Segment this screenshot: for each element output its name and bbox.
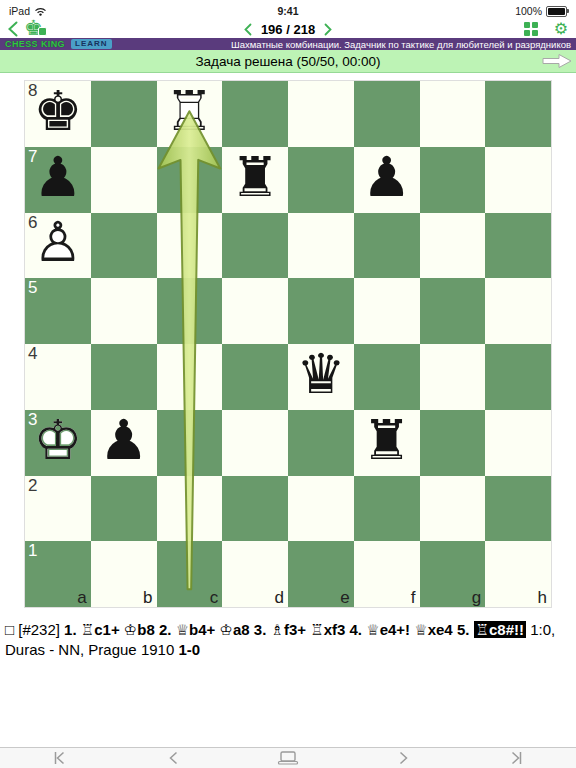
square-h5[interactable] — [485, 278, 551, 344]
square-g4[interactable] — [420, 344, 486, 410]
square-a8[interactable]: 8♚ — [25, 81, 91, 147]
square-d3[interactable] — [222, 410, 288, 476]
battery-icon — [546, 6, 567, 17]
square-c6[interactable] — [157, 213, 223, 279]
piece-black-queen: ♛ — [288, 344, 354, 410]
square-a4[interactable]: 4 — [25, 344, 91, 410]
square-a6[interactable]: 6♟♙ — [25, 213, 91, 279]
next-task-arrow-icon[interactable] — [541, 53, 573, 69]
square-h3[interactable] — [485, 410, 551, 476]
current-move[interactable]: ♖c8#!! — [474, 621, 526, 638]
square-e8[interactable] — [288, 81, 354, 147]
brand-bar: CHESS KING LEARN Шахматные комбинации. З… — [0, 38, 576, 50]
piece-black-pawn: ♟ — [354, 147, 420, 213]
file-label-d: d — [275, 588, 284, 607]
square-f7[interactable]: ♟ — [354, 147, 420, 213]
square-a7[interactable]: 7♟ — [25, 147, 91, 213]
square-g6[interactable] — [420, 213, 486, 279]
task-solved-text: Задача решена (50/50, 00:00) — [195, 54, 380, 69]
piece-black-rook: ♜ — [354, 410, 420, 476]
piece-black-king: ♚ — [25, 81, 91, 147]
square-b3[interactable]: ♟ — [91, 410, 157, 476]
go-next-button[interactable] — [392, 749, 414, 767]
square-e2[interactable] — [288, 476, 354, 542]
square-e1[interactable]: e — [288, 541, 354, 607]
settings-gear-button[interactable]: ⚙ — [554, 21, 568, 37]
square-c3[interactable] — [157, 410, 223, 476]
square-g1[interactable]: g — [420, 541, 486, 607]
board-setup-button[interactable] — [277, 749, 299, 767]
file-label-h: h — [538, 588, 547, 607]
square-e5[interactable] — [288, 278, 354, 344]
file-label-c: c — [210, 588, 219, 607]
square-b4[interactable] — [91, 344, 157, 410]
square-b2[interactable] — [91, 476, 157, 542]
app-screen: iPad 9:41 100% ♚ 196 / 218 — [0, 0, 576, 768]
file-label-f: f — [411, 588, 416, 607]
square-f2[interactable] — [354, 476, 420, 542]
rank-label-5: 5 — [28, 278, 37, 298]
file-label-g: g — [472, 588, 481, 607]
square-e4[interactable]: ♛ — [288, 344, 354, 410]
square-c8[interactable]: ♜♖ — [157, 81, 223, 147]
rank-label-1: 1 — [28, 541, 37, 561]
square-b6[interactable] — [91, 213, 157, 279]
square-g7[interactable] — [420, 147, 486, 213]
square-b1[interactable]: b — [91, 541, 157, 607]
piece-black-pawn: ♟ — [91, 410, 157, 476]
course-title: Шахматные комбинации. Задачник по тактик… — [231, 39, 571, 50]
previous-task-button[interactable] — [244, 23, 252, 36]
square-h6[interactable] — [485, 213, 551, 279]
task-list-grid-button[interactable] — [524, 22, 538, 36]
square-e3[interactable] — [288, 410, 354, 476]
square-h4[interactable] — [485, 344, 551, 410]
learn-badge: LEARN — [71, 39, 112, 49]
next-task-button[interactable] — [324, 23, 332, 36]
square-a3[interactable]: 3♚♔ — [25, 410, 91, 476]
square-f6[interactable] — [354, 213, 420, 279]
square-f4[interactable] — [354, 344, 420, 410]
piece-white-pawn: ♟♙ — [25, 213, 91, 279]
chess-king-wordmark: CHESS KING — [5, 39, 65, 49]
notation-segment-4[interactable]: 1-0 — [178, 641, 200, 658]
square-g8[interactable] — [420, 81, 486, 147]
square-f5[interactable] — [354, 278, 420, 344]
square-b5[interactable] — [91, 278, 157, 344]
file-label-a: a — [77, 588, 86, 607]
square-g2[interactable] — [420, 476, 486, 542]
file-label-e: e — [340, 588, 349, 607]
square-h2[interactable] — [485, 476, 551, 542]
square-d6[interactable] — [222, 213, 288, 279]
square-a1[interactable]: 1a — [25, 541, 91, 607]
square-e7[interactable] — [288, 147, 354, 213]
task-counter: 196 / 218 — [261, 22, 315, 37]
square-e6[interactable] — [288, 213, 354, 279]
square-c4[interactable] — [157, 344, 223, 410]
square-c2[interactable] — [157, 476, 223, 542]
square-h7[interactable] — [485, 147, 551, 213]
square-f3[interactable]: ♜ — [354, 410, 420, 476]
square-b7[interactable] — [91, 147, 157, 213]
nav-bar: ♚ 196 / 218 ⚙ — [0, 20, 576, 38]
go-first-button[interactable] — [48, 749, 70, 767]
piece-white-rook: ♜♖ — [157, 81, 223, 147]
notation-segment-0: □ [#232] — [5, 621, 64, 638]
task-solved-banner: Задача решена (50/50, 00:00) — [0, 50, 576, 73]
square-f8[interactable] — [354, 81, 420, 147]
rank-label-2: 2 — [28, 476, 37, 496]
clock: 9:41 — [0, 5, 576, 17]
piece-black-pawn: ♟ — [25, 147, 91, 213]
piece-black-rook: ♜ — [222, 147, 288, 213]
go-last-button[interactable] — [506, 749, 528, 767]
square-a2[interactable]: 2 — [25, 476, 91, 542]
go-previous-button[interactable] — [163, 749, 185, 767]
square-g3[interactable] — [420, 410, 486, 476]
square-d5[interactable] — [222, 278, 288, 344]
square-d7[interactable]: ♜ — [222, 147, 288, 213]
square-d2[interactable] — [222, 476, 288, 542]
rank-label-4: 4 — [28, 344, 37, 364]
square-f1[interactable]: f — [354, 541, 420, 607]
square-d1[interactable]: d — [222, 541, 288, 607]
square-d8[interactable] — [222, 81, 288, 147]
bottom-toolbar — [0, 747, 576, 768]
file-label-b: b — [143, 588, 152, 607]
square-g5[interactable] — [420, 278, 486, 344]
square-c7[interactable] — [157, 147, 223, 213]
square-b8[interactable] — [91, 81, 157, 147]
game-notation: □ [#232] 1. ♖c1+ ♔b8 2. ♕b4+ ♔a8 3. ♗f3+… — [5, 620, 571, 660]
square-c5[interactable] — [157, 278, 223, 344]
chess-board: 8♚♜♖7♟♜♟6♟♙54♛3♚♔♟♜21abcdefgh — [25, 81, 551, 607]
square-h1[interactable]: h — [485, 541, 551, 607]
piece-white-king: ♚♔ — [25, 410, 91, 476]
status-bar: iPad 9:41 100% — [0, 0, 576, 20]
notation-segment-1[interactable]: 1. ♖c1+ ♔b8 2. ♕b4+ ♔a8 3. ♗f3+ ♖xf3 4. … — [64, 621, 473, 638]
square-h8[interactable] — [485, 81, 551, 147]
square-c1[interactable]: c — [157, 541, 223, 607]
square-a5[interactable]: 5 — [25, 278, 91, 344]
square-d4[interactable] — [222, 344, 288, 410]
